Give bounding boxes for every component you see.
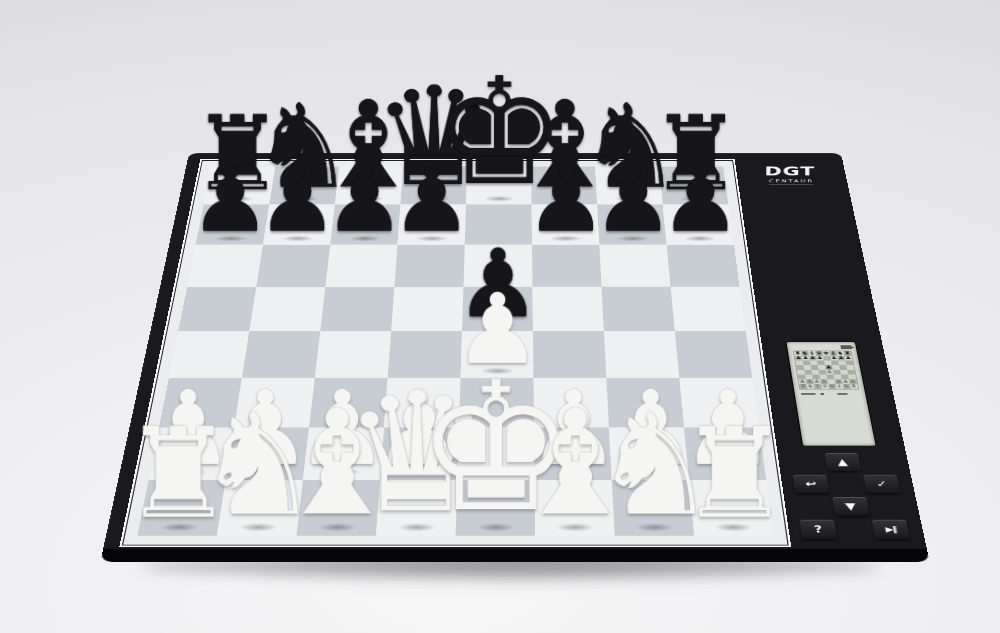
lcd-statusbar [791, 344, 853, 350]
lcd-square: ♟ [825, 365, 833, 370]
lcd-piece: ♜ [844, 351, 851, 356]
lcd-square [845, 360, 853, 365]
lcd-square: ♟ [826, 370, 834, 375]
help-icon: ? [813, 524, 823, 535]
lcd-square: ♛ [821, 384, 829, 389]
lcd-piece: ♟ [802, 356, 809, 361]
help-button[interactable]: ? [799, 520, 837, 539]
square-h6[interactable] [667, 245, 740, 287]
square-f5[interactable] [533, 287, 604, 331]
lcd-piece: ♛ [821, 384, 828, 389]
lcd-piece: ♞ [807, 384, 814, 389]
lcd-square [823, 356, 831, 361]
lcd-square [812, 375, 820, 380]
key-row: ▼ [796, 497, 905, 516]
black-pawn-h7[interactable]: ♟ [660, 157, 741, 242]
square-c7[interactable]: ♟ [330, 205, 400, 245]
down-button[interactable]: ▼ [832, 497, 870, 516]
lcd-square: ♝ [814, 384, 822, 389]
up-icon: ▲ [836, 457, 848, 467]
square-a5[interactable] [178, 287, 256, 331]
lcd-square: ♟ [816, 356, 824, 361]
lcd-square: ♞ [807, 384, 815, 389]
white-rook-a1[interactable]: ♜ [122, 414, 234, 533]
lcd-square: ♜ [799, 384, 807, 389]
centaur-logo-text: CENTAUR [769, 179, 814, 185]
lcd-piece: ♟ [845, 356, 852, 361]
lcd-square [819, 375, 827, 380]
lcd-square [824, 360, 832, 365]
lcd-square [796, 360, 804, 365]
lcd-square: ♟ [830, 356, 838, 361]
lcd-square [798, 375, 806, 380]
key-row: ▲ [789, 453, 896, 471]
lcd-square: ♝ [829, 351, 837, 356]
lcd-square: ♛ [815, 351, 823, 356]
key-row: ↩✓ [793, 475, 901, 493]
square-f6[interactable] [532, 245, 601, 287]
lcd-piece: ♟ [842, 379, 849, 384]
battery-icon [840, 345, 852, 349]
lcd-square: ♚ [822, 351, 830, 356]
square-h1[interactable]: ♜ [689, 480, 774, 536]
lcd-square: ♟ [802, 356, 810, 361]
square-f1[interactable]: ♝ [535, 480, 615, 536]
square-g6[interactable] [599, 245, 670, 287]
lcd-square [811, 370, 819, 375]
lcd-piece: ♚ [829, 384, 836, 389]
square-a6[interactable] [187, 245, 263, 287]
lcd-square [846, 365, 854, 370]
lcd-square: ♟ [809, 356, 817, 361]
square-h5[interactable] [671, 287, 746, 331]
lcd-square: ♟ [844, 356, 852, 361]
lcd-square: ♜ [844, 351, 852, 356]
square-g7[interactable]: ♟ [597, 205, 666, 245]
play-pause-button[interactable]: ▶‖ [872, 520, 910, 539]
lcd-piece: ♝ [814, 384, 821, 389]
lcd-piece: ♟ [831, 356, 838, 361]
square-h7[interactable]: ♟ [663, 205, 734, 245]
lcd-piece: ♜ [850, 384, 857, 389]
panel-spacer [792, 184, 820, 342]
white-bishop-c1[interactable]: ♝ [271, 394, 401, 532]
board-photo-scene: ♜♞♝♛♚♝♞♜♟♟♟♟♟♟♟♟♟♟♟♟♟♟♟♟♜♞♝♛♚♝♞♜ DGT CEN… [0, 0, 1000, 633]
lcd-square [805, 375, 813, 380]
lcd-piece: ♟ [835, 379, 842, 384]
lcd-square [796, 365, 804, 370]
lcd-square [833, 370, 841, 375]
lcd-piece: ♝ [808, 351, 815, 356]
lcd-square: ♟ [799, 379, 807, 384]
lcd-square: ♝ [835, 384, 843, 389]
confirm-button[interactable]: ✓ [863, 475, 900, 493]
lcd-display: ♜♞♝♛♚♝♞♜♟♟♟♟♟♟♟♟♟♟♟♟♟♟♟♟♜♞♝♛♚♝♞♜ [786, 342, 875, 446]
square-f7[interactable]: ♟ [532, 205, 600, 245]
square-c1[interactable]: ♝ [296, 480, 380, 536]
lcd-piece: ♟ [806, 379, 813, 384]
lcd-square: ♚ [828, 384, 836, 389]
lcd-square: ♟ [806, 379, 814, 384]
square-b6[interactable] [256, 245, 330, 287]
lcd-square [840, 370, 848, 375]
lcd-square [810, 360, 818, 365]
lcd-square [847, 370, 855, 375]
lcd-piece: ♟ [849, 379, 856, 384]
lcd-piece: ♟ [821, 379, 828, 384]
lcd-piece: ♞ [801, 351, 808, 356]
lcd-square [804, 370, 812, 375]
lcd-square [817, 360, 825, 365]
board-face: ♜♞♝♛♚♝♞♜♟♟♟♟♟♟♟♟♟♟♟♟♟♟♟♟♜♞♝♛♚♝♞♜ DGT CEN… [103, 153, 927, 549]
lcd-square: ♟ [795, 356, 803, 361]
lcd-square: ♟ [835, 379, 843, 384]
lcd-piece: ♞ [843, 384, 850, 389]
up-button[interactable]: ▲ [824, 453, 861, 471]
lcd-square [848, 375, 856, 380]
square-a1[interactable]: ♜ [137, 480, 225, 536]
lcd-square [831, 360, 839, 365]
lcd-piece: ♝ [830, 351, 837, 356]
play-pause-icon: ▶‖ [885, 525, 897, 533]
lcd-square [841, 375, 849, 380]
white-rook-h1[interactable]: ♜ [678, 414, 790, 533]
lcd-square [797, 370, 805, 375]
confirm-icon: ✓ [875, 479, 888, 490]
lcd-square [811, 365, 819, 370]
lcd-square: ♟ [813, 379, 821, 384]
square-b5[interactable] [249, 287, 325, 331]
lcd-mini-board: ♜♞♝♛♚♝♞♜♟♟♟♟♟♟♟♟♟♟♟♟♟♟♟♟♜♞♝♛♚♝♞♜ [794, 351, 858, 389]
white-bishop-f1[interactable]: ♝ [510, 394, 640, 532]
square-c5[interactable] [320, 287, 394, 331]
lcd-piece: ♟ [799, 379, 806, 384]
dgt-logo: DGT [764, 165, 815, 177]
lcd-text-smudge [801, 393, 816, 395]
button-cluster: ▲↩✓▼?▶‖ [789, 453, 910, 539]
lcd-piece: ♟ [816, 356, 823, 361]
lcd-square: ♟ [842, 379, 850, 384]
lcd-square [834, 375, 842, 380]
lcd-square [819, 370, 827, 375]
lcd-square [838, 360, 846, 365]
back-icon: ↩ [805, 479, 818, 490]
board-margin: ♜♞♝♛♚♝♞♜♟♟♟♟♟♟♟♟♟♟♟♟♟♟♟♟♜♞♝♛♚♝♞♜ [119, 159, 791, 547]
lcd-text-dot [821, 393, 824, 395]
lcd-square: ♞ [836, 351, 844, 356]
down-icon: ▼ [844, 501, 856, 512]
lcd-square: ♜ [850, 384, 858, 389]
back-button[interactable]: ↩ [793, 475, 830, 493]
lcd-piece: ♚ [823, 351, 830, 356]
lcd-square: ♝ [808, 351, 816, 356]
lcd-square: ♟ [837, 356, 845, 361]
key-row: ?▶‖ [799, 520, 910, 539]
lcd-square: ♞ [801, 351, 809, 356]
lcd-piece: ♟ [809, 356, 816, 361]
lcd-square [803, 365, 811, 370]
lcd-piece: ♛ [816, 351, 823, 356]
lcd-square: ♜ [794, 351, 802, 356]
squares-grid: ♜♞♝♛♚♝♞♜♟♟♟♟♟♟♟♟♟♟♟♟♟♟♟♟♜♞♝♛♚♝♞♜ [137, 166, 774, 535]
square-d5[interactable] [391, 287, 463, 331]
lcd-piece: ♟ [826, 370, 833, 375]
lcd-square [839, 365, 847, 370]
lcd-square [827, 379, 835, 384]
lcd-piece: ♟ [838, 356, 845, 361]
lcd-move-text [801, 393, 859, 395]
lcd-square [827, 375, 835, 380]
lcd-square [818, 365, 826, 370]
square-c6[interactable] [325, 245, 397, 287]
lcd-text-smudge [837, 393, 848, 395]
lcd-piece: ♝ [836, 384, 843, 389]
dgt-centaur-board: ♜♞♝♛♚♝♞♜♟♟♟♟♟♟♟♟♟♟♟♟♟♟♟♟♜♞♝♛♚♝♞♜ DGT CEN… [100, 153, 929, 562]
lcd-piece: ♞ [837, 351, 844, 356]
lcd-square: ♟ [820, 379, 828, 384]
lcd-piece: ♟ [795, 356, 802, 361]
lcd-square: ♟ [849, 379, 857, 384]
square-g5[interactable] [602, 287, 675, 331]
lcd-piece: ♜ [800, 384, 807, 389]
lcd-piece: ♜ [794, 351, 801, 356]
lcd-piece: ♟ [813, 379, 820, 384]
lcd-piece: ♟ [825, 365, 832, 370]
lcd-square [803, 360, 811, 365]
lcd-square: ♞ [843, 384, 851, 389]
lcd-square [832, 365, 840, 370]
